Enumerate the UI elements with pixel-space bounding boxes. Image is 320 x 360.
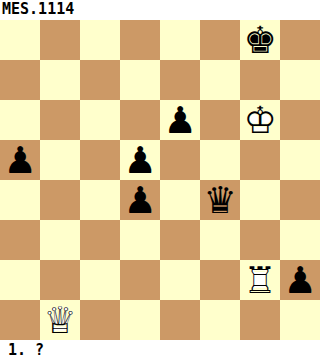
- square-g2[interactable]: ♜♖: [240, 260, 280, 300]
- white-king-glyph: ♔: [240, 100, 280, 140]
- square-f1[interactable]: [200, 300, 240, 340]
- square-h7[interactable]: [280, 60, 320, 100]
- black-pawn-glyph: ♟: [120, 140, 160, 180]
- black-pawn-piece[interactable]: ♟: [280, 260, 320, 300]
- square-a8[interactable]: [0, 20, 40, 60]
- square-a3[interactable]: [0, 220, 40, 260]
- black-pawn-glyph: ♟: [160, 100, 200, 140]
- square-a2[interactable]: [0, 260, 40, 300]
- square-d1[interactable]: [120, 300, 160, 340]
- square-c4[interactable]: [80, 180, 120, 220]
- page-title: MES.1114: [0, 0, 320, 20]
- square-e5[interactable]: [160, 140, 200, 180]
- square-h4[interactable]: [280, 180, 320, 220]
- square-b8[interactable]: [40, 20, 80, 60]
- square-c5[interactable]: [80, 140, 120, 180]
- square-d4[interactable]: ♟: [120, 180, 160, 220]
- square-b3[interactable]: [40, 220, 80, 260]
- square-c2[interactable]: [80, 260, 120, 300]
- square-g8[interactable]: ♚: [240, 20, 280, 60]
- move-prompt: 1. ?: [0, 340, 320, 360]
- black-pawn-glyph: ♟: [0, 140, 40, 180]
- square-e1[interactable]: [160, 300, 200, 340]
- black-queen-glyph: ♛: [200, 180, 240, 220]
- square-e4[interactable]: [160, 180, 200, 220]
- square-g3[interactable]: [240, 220, 280, 260]
- square-d5[interactable]: ♟: [120, 140, 160, 180]
- square-e3[interactable]: [160, 220, 200, 260]
- square-h5[interactable]: [280, 140, 320, 180]
- square-c3[interactable]: [80, 220, 120, 260]
- square-e8[interactable]: [160, 20, 200, 60]
- square-g1[interactable]: [240, 300, 280, 340]
- black-king-piece[interactable]: ♚: [240, 20, 280, 60]
- square-g4[interactable]: [240, 180, 280, 220]
- black-queen-piece[interactable]: ♛: [200, 180, 240, 220]
- black-pawn-glyph: ♟: [280, 260, 320, 300]
- square-f2[interactable]: [200, 260, 240, 300]
- square-a1[interactable]: [0, 300, 40, 340]
- square-a7[interactable]: [0, 60, 40, 100]
- square-a6[interactable]: [0, 100, 40, 140]
- square-b6[interactable]: [40, 100, 80, 140]
- square-f8[interactable]: [200, 20, 240, 60]
- square-g7[interactable]: [240, 60, 280, 100]
- square-h8[interactable]: [280, 20, 320, 60]
- square-c6[interactable]: [80, 100, 120, 140]
- black-pawn-piece[interactable]: ♟: [160, 100, 200, 140]
- square-e6[interactable]: ♟: [160, 100, 200, 140]
- square-a4[interactable]: [0, 180, 40, 220]
- black-king-glyph: ♚: [240, 20, 280, 60]
- square-b1[interactable]: ♛♕: [40, 300, 80, 340]
- square-g6[interactable]: ♚♔: [240, 100, 280, 140]
- square-h6[interactable]: [280, 100, 320, 140]
- square-h2[interactable]: ♟: [280, 260, 320, 300]
- square-d2[interactable]: [120, 260, 160, 300]
- square-h3[interactable]: [280, 220, 320, 260]
- square-e7[interactable]: [160, 60, 200, 100]
- square-d6[interactable]: [120, 100, 160, 140]
- square-c8[interactable]: [80, 20, 120, 60]
- black-pawn-glyph: ♟: [120, 180, 160, 220]
- black-pawn-piece[interactable]: ♟: [120, 140, 160, 180]
- square-f3[interactable]: [200, 220, 240, 260]
- square-b7[interactable]: [40, 60, 80, 100]
- white-rook-glyph: ♖: [240, 260, 280, 300]
- white-queen-glyph: ♕: [40, 300, 80, 340]
- square-f6[interactable]: [200, 100, 240, 140]
- chess-board: ♚♟♚♔♟♟♟♛♜♖♟♛♕: [0, 20, 320, 340]
- square-f4[interactable]: ♛: [200, 180, 240, 220]
- white-king-piece[interactable]: ♚♔: [240, 100, 280, 140]
- square-f5[interactable]: [200, 140, 240, 180]
- white-queen-piece[interactable]: ♛♕: [40, 300, 80, 340]
- square-g5[interactable]: [240, 140, 280, 180]
- square-a5[interactable]: ♟: [0, 140, 40, 180]
- square-f7[interactable]: [200, 60, 240, 100]
- square-d3[interactable]: [120, 220, 160, 260]
- square-b5[interactable]: [40, 140, 80, 180]
- black-pawn-piece[interactable]: ♟: [120, 180, 160, 220]
- square-d8[interactable]: [120, 20, 160, 60]
- black-pawn-piece[interactable]: ♟: [0, 140, 40, 180]
- square-h1[interactable]: [280, 300, 320, 340]
- square-c7[interactable]: [80, 60, 120, 100]
- chess-diagram: MES.1114 ♚♟♚♔♟♟♟♛♜♖♟♛♕ 1. ?: [0, 0, 320, 360]
- square-c1[interactable]: [80, 300, 120, 340]
- white-rook-piece[interactable]: ♜♖: [240, 260, 280, 300]
- square-b2[interactable]: [40, 260, 80, 300]
- square-b4[interactable]: [40, 180, 80, 220]
- square-e2[interactable]: [160, 260, 200, 300]
- square-d7[interactable]: [120, 60, 160, 100]
